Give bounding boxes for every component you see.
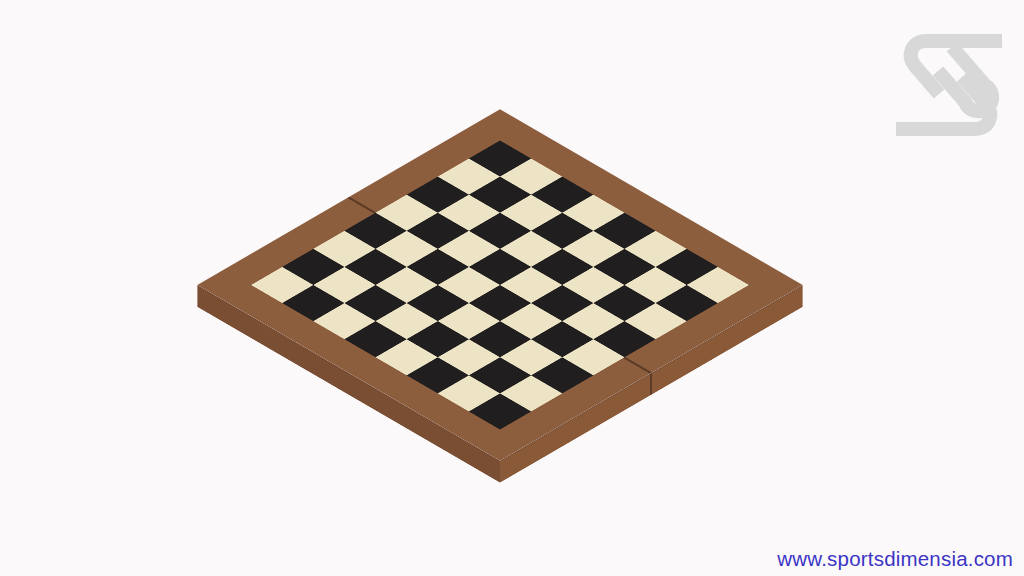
square-r5-c6 — [500, 303, 562, 339]
square-r8-c7 — [438, 375, 500, 411]
square-r6-c6 — [469, 321, 531, 357]
square-r5-c5 — [469, 285, 531, 321]
square-r6-c5 — [438, 303, 500, 339]
fold-seam-lower-right — [623, 357, 652, 374]
square-r3-c8 — [624, 303, 686, 339]
square-r4-c8 — [593, 321, 655, 357]
square-r4-c6 — [531, 285, 593, 321]
illustration-canvas: www.sportsdimensia.com — [0, 0, 1024, 576]
website-url: www.sportsdimensia.com — [777, 547, 1013, 571]
square-r8-c2 — [282, 285, 344, 321]
square-r5-c7 — [531, 321, 593, 357]
board-top-face-frame — [197, 109, 802, 460]
square-r8-c3 — [313, 303, 375, 339]
square-r2-c8 — [656, 285, 718, 321]
square-r7-c3 — [344, 285, 406, 321]
s-monogram-icon — [893, 25, 1008, 143]
playing-area — [251, 140, 749, 429]
square-r6-c7 — [500, 339, 562, 375]
square-r6-c8 — [531, 357, 593, 393]
square-r6-c4 — [407, 285, 469, 321]
square-r8-c8 — [469, 393, 531, 429]
square-r8-c4 — [344, 321, 406, 357]
square-r7-c4 — [376, 303, 438, 339]
fold-seam-side-edge — [650, 372, 652, 395]
square-r8-c5 — [376, 339, 438, 375]
square-r5-c8 — [562, 339, 624, 375]
square-r7-c7 — [469, 357, 531, 393]
square-r7-c6 — [438, 339, 500, 375]
chess-board — [197, 109, 802, 460]
square-r7-c5 — [407, 321, 469, 357]
square-r3-c7 — [593, 285, 655, 321]
square-r8-c6 — [407, 357, 469, 393]
square-r4-c7 — [562, 303, 624, 339]
square-r7-c8 — [500, 375, 562, 411]
sportsdimensia-logo — [893, 25, 1008, 143]
fold-seam-upper-left — [348, 197, 377, 214]
